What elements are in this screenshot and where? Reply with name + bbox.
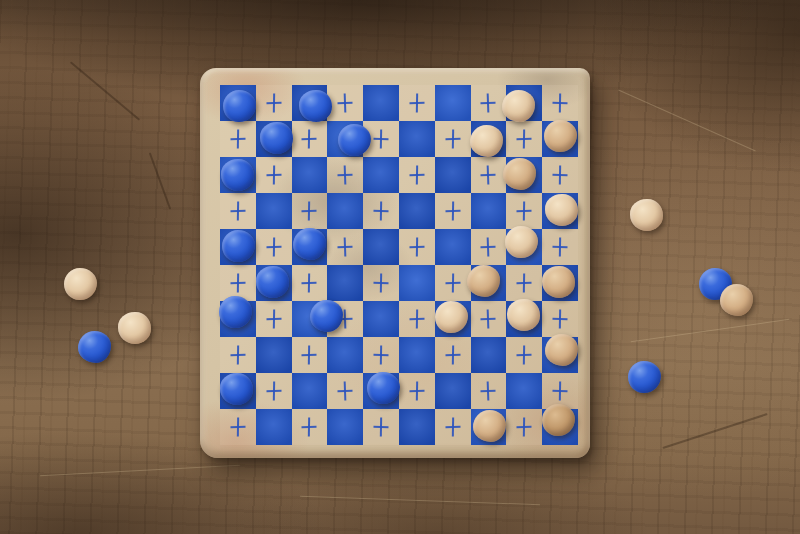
wood-gouge <box>70 61 140 120</box>
loose-checker-piece-cream[interactable] <box>64 268 97 300</box>
board-square[interactable] <box>256 157 292 193</box>
board-square[interactable] <box>363 229 399 265</box>
board-square[interactable] <box>363 157 399 193</box>
board-square[interactable] <box>220 121 256 157</box>
checker-piece-cream[interactable] <box>545 194 578 226</box>
board-square[interactable] <box>471 301 507 337</box>
board-square[interactable] <box>506 373 542 409</box>
board-square[interactable] <box>435 121 471 157</box>
checker-piece-blue[interactable] <box>338 124 371 156</box>
checker-piece-blue[interactable] <box>260 122 293 154</box>
board-square[interactable] <box>506 337 542 373</box>
wood-scratch <box>618 90 755 152</box>
checker-piece-blue[interactable] <box>221 159 254 191</box>
board-square[interactable] <box>220 409 256 445</box>
board-square[interactable] <box>292 193 328 229</box>
board-square[interactable] <box>327 229 363 265</box>
checker-piece-cream[interactable] <box>502 90 535 122</box>
checker-piece-cream[interactable] <box>467 265 500 297</box>
board-square[interactable] <box>292 157 328 193</box>
board-square[interactable] <box>471 85 507 121</box>
board-square[interactable] <box>399 193 435 229</box>
board-square[interactable] <box>363 301 399 337</box>
loose-checker-piece-cream[interactable] <box>630 199 663 231</box>
board-square[interactable] <box>327 409 363 445</box>
board-square[interactable] <box>399 157 435 193</box>
board-square[interactable] <box>292 373 328 409</box>
board-square[interactable] <box>327 85 363 121</box>
board-square[interactable] <box>399 85 435 121</box>
checker-piece-cream[interactable] <box>505 226 538 258</box>
board-square[interactable] <box>256 409 292 445</box>
board-square[interactable] <box>220 193 256 229</box>
board-square[interactable] <box>435 337 471 373</box>
board-square[interactable] <box>327 193 363 229</box>
board-square[interactable] <box>256 373 292 409</box>
checker-piece-cream[interactable] <box>473 410 506 442</box>
board-square[interactable] <box>471 193 507 229</box>
board-square[interactable] <box>399 121 435 157</box>
board-square[interactable] <box>399 301 435 337</box>
board-square[interactable] <box>220 337 256 373</box>
loose-checker-piece-cream[interactable] <box>720 284 753 316</box>
board-square[interactable] <box>506 409 542 445</box>
board-square[interactable] <box>435 265 471 301</box>
checker-piece-blue[interactable] <box>220 373 253 405</box>
board-square[interactable] <box>435 229 471 265</box>
wood-gouge <box>149 152 171 209</box>
checker-piece-cream[interactable] <box>545 334 578 366</box>
checker-piece-cream[interactable] <box>542 266 575 298</box>
wood-gouge <box>662 413 767 449</box>
loose-checker-piece-blue[interactable] <box>628 361 661 393</box>
checker-piece-cream[interactable] <box>507 299 540 331</box>
board-square[interactable] <box>435 373 471 409</box>
board-square[interactable] <box>363 85 399 121</box>
board-square[interactable] <box>256 193 292 229</box>
checker-piece-cream[interactable] <box>470 125 503 157</box>
board-square[interactable] <box>506 121 542 157</box>
board-square[interactable] <box>327 373 363 409</box>
board-square[interactable] <box>256 85 292 121</box>
board-square[interactable] <box>399 265 435 301</box>
board-square[interactable] <box>471 337 507 373</box>
board-square[interactable] <box>471 229 507 265</box>
loose-checker-piece-cream[interactable] <box>118 312 151 344</box>
wood-scratch <box>300 496 540 505</box>
board-square[interactable] <box>292 121 328 157</box>
board-square[interactable] <box>292 409 328 445</box>
checker-piece-blue[interactable] <box>256 266 289 298</box>
board-square[interactable] <box>435 193 471 229</box>
board-square[interactable] <box>256 337 292 373</box>
board-square[interactable] <box>363 265 399 301</box>
board-square[interactable] <box>471 373 507 409</box>
board-square[interactable] <box>506 265 542 301</box>
board-square[interactable] <box>471 157 507 193</box>
board-square[interactable] <box>399 229 435 265</box>
board-square[interactable] <box>542 229 578 265</box>
board-square[interactable] <box>542 85 578 121</box>
board-square[interactable] <box>363 193 399 229</box>
checker-piece-blue[interactable] <box>299 90 332 122</box>
board-square[interactable] <box>435 85 471 121</box>
checker-piece-blue[interactable] <box>293 228 326 260</box>
board-square[interactable] <box>542 157 578 193</box>
board-tile <box>200 68 590 458</box>
wood-scratch <box>631 319 790 342</box>
board-square[interactable] <box>435 409 471 445</box>
checker-piece-cream[interactable] <box>542 404 575 436</box>
board-square[interactable] <box>256 229 292 265</box>
checker-piece-cream[interactable] <box>544 120 577 152</box>
board-square[interactable] <box>399 409 435 445</box>
board-square[interactable] <box>435 157 471 193</box>
board-square[interactable] <box>256 301 292 337</box>
board-square[interactable] <box>327 157 363 193</box>
loose-checker-piece-blue[interactable] <box>78 331 111 363</box>
checker-piece-blue[interactable] <box>310 300 343 332</box>
board-square[interactable] <box>363 337 399 373</box>
board-square[interactable] <box>363 409 399 445</box>
board-square[interactable] <box>327 265 363 301</box>
board-square[interactable] <box>292 265 328 301</box>
checker-piece-cream[interactable] <box>503 158 536 190</box>
board-square[interactable] <box>542 301 578 337</box>
board-square[interactable] <box>327 337 363 373</box>
wood-scratch <box>40 465 240 476</box>
board-square[interactable] <box>292 337 328 373</box>
board-square[interactable] <box>399 337 435 373</box>
board-square[interactable] <box>506 193 542 229</box>
checker-piece-blue[interactable] <box>367 372 400 404</box>
board-square[interactable] <box>399 373 435 409</box>
